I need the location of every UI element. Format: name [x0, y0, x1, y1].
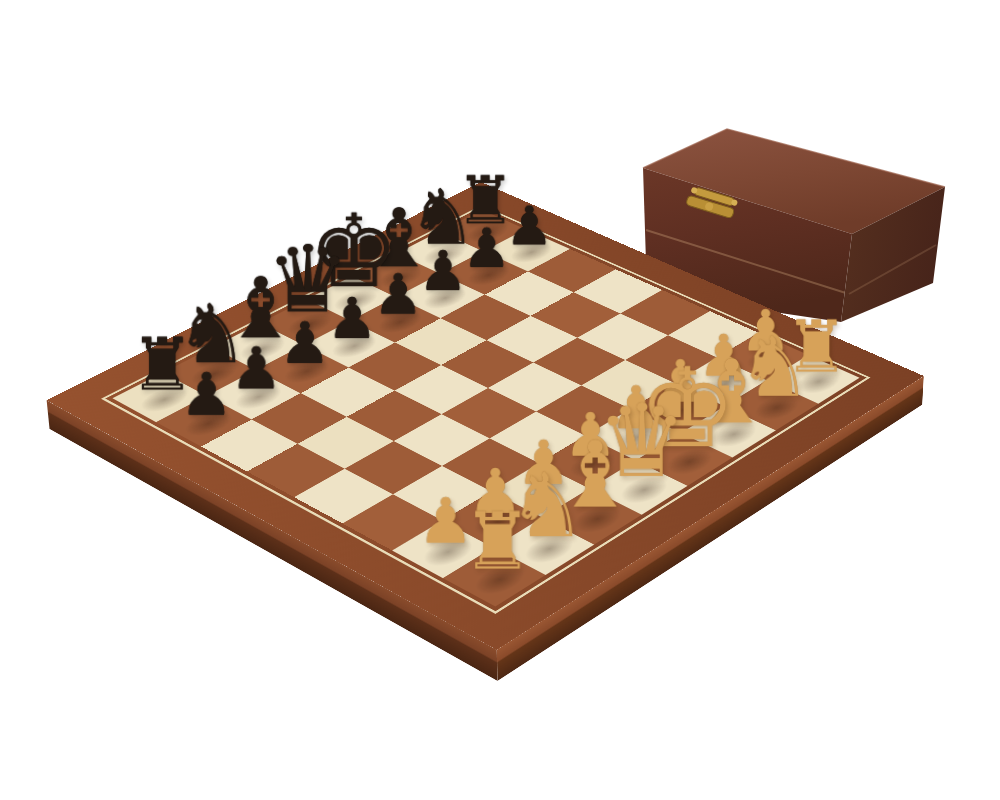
piece-black-pawn[interactable]: ♟	[230, 339, 282, 397]
piece-black-pawn[interactable]: ♟	[180, 365, 233, 424]
board-border: ♜♞♝♛♚♝♞♜♟♟♟♟♟♟♟♟♟♟♟♟♟♟♟♟♜♞♝♛♚♝♞♜	[47, 182, 924, 650]
piece-black-pawn[interactable]: ♟	[373, 266, 423, 322]
chess-board: ♜♞♝♛♚♝♞♜♟♟♟♟♟♟♟♟♟♟♟♟♟♟♟♟♜♞♝♛♚♝♞♜	[47, 182, 924, 650]
piece-black-pawn[interactable]: ♟	[462, 221, 511, 276]
chess-scene: ♜♞♝♛♚♝♞♜♟♟♟♟♟♟♟♟♟♟♟♟♟♟♟♟♜♞♝♛♚♝♞♜	[0, 0, 1000, 800]
piece-black-pawn[interactable]: ♟	[279, 314, 331, 371]
piece-white-rook[interactable]: ♜	[462, 502, 533, 581]
piece-black-pawn[interactable]: ♟	[327, 290, 378, 347]
squares-grid: ♜♞♝♛♚♝♞♜♟♟♟♟♟♟♟♟♟♟♟♟♟♟♟♟♜♞♝♛♚♝♞♜	[112, 210, 859, 607]
piece-black-pawn[interactable]: ♟	[418, 243, 468, 298]
product-photo-chess-set: { "game": "chess", "position": { "fen": …	[0, 0, 1000, 800]
piece-black-pawn[interactable]: ♟	[505, 199, 553, 253]
